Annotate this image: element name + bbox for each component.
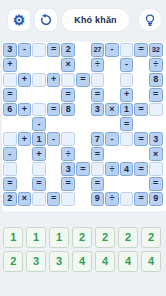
grid-gap bbox=[105, 117, 119, 131]
empty-cell-r0c2[interactable] bbox=[32, 43, 46, 57]
given-cell-r4c8: 1 bbox=[120, 103, 134, 117]
grid-gap bbox=[47, 117, 61, 131]
grid-gap bbox=[47, 147, 61, 161]
empty-cell-r8c0[interactable] bbox=[3, 162, 17, 176]
given-cell-r0c3: = bbox=[47, 43, 61, 57]
given-cell-r10c1: × bbox=[18, 192, 32, 206]
given-cell-r4c9: = bbox=[134, 103, 148, 117]
given-cell-r3c8: + bbox=[120, 88, 134, 102]
given-cell-r3c0: = bbox=[3, 88, 17, 102]
grid-gap bbox=[18, 177, 32, 191]
grid-gap bbox=[76, 58, 90, 72]
grid-gap bbox=[120, 177, 134, 191]
grid-gap bbox=[61, 117, 75, 131]
number-tile-1-4[interactable]: 4 bbox=[95, 251, 115, 272]
empty-cell-r2c4[interactable] bbox=[61, 73, 75, 87]
number-tile-1-0[interactable]: 2 bbox=[3, 251, 23, 272]
given-cell-r9c6: = bbox=[91, 177, 105, 191]
grid-gap bbox=[32, 88, 46, 102]
empty-cell-r6c0[interactable] bbox=[3, 132, 17, 146]
given-cell-r6c9: = bbox=[134, 132, 148, 146]
given-cell-r6c1: + bbox=[18, 132, 32, 146]
given-cell-r3c6: = bbox=[91, 88, 105, 102]
empty-cell-r6c4[interactable] bbox=[61, 132, 75, 146]
grid-gap bbox=[76, 43, 90, 57]
given-cell-r2c3: + bbox=[47, 73, 61, 87]
given-cell-r6c2: 1 bbox=[32, 132, 46, 146]
given-cell-r2c10: 8 bbox=[149, 73, 163, 87]
grid-gap bbox=[91, 117, 105, 131]
number-tile-1-6[interactable]: 4 bbox=[141, 251, 161, 272]
given-cell-r8c8: 4 bbox=[120, 162, 134, 176]
grid-gap bbox=[18, 162, 32, 176]
given-cell-r7c2: + bbox=[32, 147, 46, 161]
number-tile-0-4[interactable]: 2 bbox=[95, 227, 115, 248]
grid-gap bbox=[134, 117, 148, 131]
grid-gap bbox=[76, 88, 90, 102]
tray-row-1: 2334444 bbox=[3, 251, 163, 272]
grid-gap bbox=[18, 147, 32, 161]
given-cell-r4c4: 8 bbox=[61, 103, 75, 117]
grid-gap bbox=[105, 88, 119, 102]
given-cell-r0c6: 27 bbox=[91, 43, 105, 57]
grid-gap bbox=[76, 132, 90, 146]
grid-gap bbox=[47, 58, 61, 72]
given-cell-r1c6: ÷ bbox=[91, 58, 105, 72]
empty-cell-r8c2[interactable] bbox=[32, 162, 46, 176]
given-cell-r6c7: - bbox=[105, 132, 119, 146]
grid-gap bbox=[105, 73, 119, 87]
number-tile-1-1[interactable]: 3 bbox=[26, 251, 46, 272]
given-cell-r10c10: 9 bbox=[149, 192, 163, 206]
given-cell-r3c10: = bbox=[149, 88, 163, 102]
given-cell-r8c9: = bbox=[134, 162, 148, 176]
grid-gap bbox=[134, 177, 148, 191]
number-tile-1-3[interactable]: 4 bbox=[72, 251, 92, 272]
given-cell-r10c0: 2 bbox=[3, 192, 17, 206]
puzzle-board: 3-=227-=32+×÷-÷++=8===+=6+=83×1=-=+1-7-=… bbox=[2, 42, 166, 211]
grid-gap bbox=[134, 147, 148, 161]
empty-cell-r0c8[interactable] bbox=[120, 43, 134, 57]
empty-cell-r10c2[interactable] bbox=[32, 192, 46, 206]
number-tile-0-3[interactable]: 2 bbox=[72, 227, 92, 248]
given-cell-r4c1: + bbox=[18, 103, 32, 117]
given-cell-r4c7: × bbox=[105, 103, 119, 117]
given-cell-r7c6: = bbox=[91, 147, 105, 161]
given-cell-r6c3: - bbox=[47, 132, 61, 146]
grid-gap bbox=[76, 177, 90, 191]
given-cell-r0c4: 2 bbox=[61, 43, 75, 57]
empty-cell-r10c4[interactable] bbox=[61, 192, 75, 206]
given-cell-r10c9: = bbox=[134, 192, 148, 206]
empty-cell-r8c10[interactable] bbox=[149, 162, 163, 176]
grid-gap bbox=[18, 88, 32, 102]
grid-gap bbox=[47, 88, 61, 102]
restart-button[interactable] bbox=[35, 9, 57, 31]
grid-gap bbox=[105, 58, 119, 72]
given-cell-r0c1: - bbox=[18, 43, 32, 57]
given-cell-r6c6: 7 bbox=[91, 132, 105, 146]
lightbulb-hint-icon bbox=[143, 13, 157, 27]
given-cell-r1c4: × bbox=[61, 58, 75, 72]
empty-cell-r10c8[interactable] bbox=[120, 192, 134, 206]
top-bar: ⚙ Khó khăn bbox=[0, 9, 166, 31]
empty-cell-r4c10[interactable] bbox=[149, 103, 163, 117]
grid-gap bbox=[76, 147, 90, 161]
grid-gap bbox=[3, 117, 17, 131]
restart-icon bbox=[39, 13, 53, 27]
given-cell-r7c10: × bbox=[149, 147, 163, 161]
grid-gap bbox=[134, 58, 148, 72]
number-tile-1-5[interactable]: 4 bbox=[118, 251, 138, 272]
given-cell-r9c4: = bbox=[61, 177, 75, 191]
given-cell-r4c0: 6 bbox=[3, 103, 17, 117]
number-tile-0-1[interactable]: 1 bbox=[26, 227, 46, 248]
given-cell-r10c6: 9 bbox=[91, 192, 105, 206]
difficulty-button[interactable]: Khó khăn bbox=[62, 9, 129, 31]
grid-gap bbox=[47, 177, 61, 191]
number-tile-0-0[interactable]: 1 bbox=[3, 227, 23, 248]
given-cell-r2c5: = bbox=[76, 73, 90, 87]
given-cell-r1c0: + bbox=[3, 58, 17, 72]
given-cell-r9c10: = bbox=[149, 177, 163, 191]
grid-gap bbox=[149, 117, 163, 131]
given-cell-r9c0: = bbox=[3, 177, 17, 191]
grid-gap bbox=[76, 103, 90, 117]
given-cell-r1c10: ÷ bbox=[149, 58, 163, 72]
difficulty-label: Khó khăn bbox=[74, 15, 117, 25]
grid-gap bbox=[32, 58, 46, 72]
grid-gap bbox=[105, 147, 119, 161]
number-tile-1-2[interactable]: 3 bbox=[49, 251, 69, 272]
given-cell-r9c2: = bbox=[32, 177, 46, 191]
grid-gap bbox=[47, 162, 61, 176]
given-cell-r4c3: = bbox=[47, 103, 61, 117]
grid-gap bbox=[18, 117, 32, 131]
given-cell-r5c2: - bbox=[32, 117, 46, 131]
settings-button[interactable]: ⚙ bbox=[8, 9, 30, 31]
given-cell-r8c7: ÷ bbox=[105, 162, 119, 176]
given-cell-r10c3: = bbox=[47, 192, 61, 206]
given-cell-r8c4: 3 bbox=[61, 162, 75, 176]
number-tile-0-2[interactable]: 1 bbox=[49, 227, 69, 248]
grid-gap bbox=[134, 73, 148, 87]
number-tile-0-5[interactable]: 2 bbox=[118, 227, 138, 248]
tray-row-0: 1112222 bbox=[3, 227, 163, 248]
number-tile-tray: 11122222334444 bbox=[3, 227, 163, 272]
given-cell-r0c0: 3 bbox=[3, 43, 17, 57]
empty-cell-r6c8[interactable] bbox=[120, 132, 134, 146]
empty-cell-r2c2[interactable] bbox=[32, 73, 46, 87]
given-cell-r0c7: - bbox=[105, 43, 119, 57]
crossmath-grid: 3-=227-=32+×÷-÷++=8===+=6+=83×1=-=+1-7-=… bbox=[3, 43, 166, 206]
empty-cell-r8c6[interactable] bbox=[91, 162, 105, 176]
empty-cell-r2c0[interactable] bbox=[3, 73, 17, 87]
given-cell-r5c8: = bbox=[120, 117, 134, 131]
given-cell-r4c6: 3 bbox=[91, 103, 105, 117]
empty-cell-r2c6[interactable] bbox=[91, 73, 105, 87]
gear-icon: ⚙ bbox=[13, 13, 26, 27]
hint-button[interactable] bbox=[139, 9, 161, 31]
empty-cell-r4c2[interactable] bbox=[32, 103, 46, 117]
given-cell-r7c0: - bbox=[3, 147, 17, 161]
grid-gap bbox=[18, 58, 32, 72]
given-cell-r7c4: ÷ bbox=[61, 147, 75, 161]
given-cell-r8c5: = bbox=[76, 162, 90, 176]
empty-cell-r2c8[interactable] bbox=[120, 73, 134, 87]
given-cell-r10c7: ÷ bbox=[105, 192, 119, 206]
grid-gap bbox=[76, 117, 90, 131]
given-cell-r2c1: + bbox=[18, 73, 32, 87]
given-cell-r6c10: 3 bbox=[149, 132, 163, 146]
given-cell-r3c4: = bbox=[61, 88, 75, 102]
number-tile-0-6[interactable]: 2 bbox=[141, 227, 161, 248]
grid-gap bbox=[105, 177, 119, 191]
grid-gap bbox=[134, 88, 148, 102]
given-cell-r1c8: - bbox=[120, 58, 134, 72]
given-cell-r0c10: 32 bbox=[149, 43, 163, 57]
given-cell-r0c9: = bbox=[134, 43, 148, 57]
grid-gap bbox=[76, 192, 90, 206]
grid-gap bbox=[120, 147, 134, 161]
